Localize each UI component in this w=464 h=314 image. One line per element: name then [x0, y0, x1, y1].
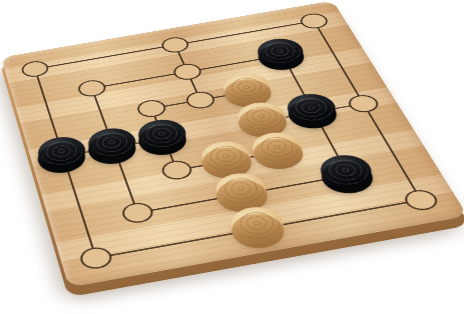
photo-stage: [0, 0, 464, 314]
black-piece-f2[interactable]: [314, 152, 379, 191]
point-b2[interactable]: [105, 191, 171, 235]
black-piece-b4[interactable]: [84, 125, 141, 161]
point-f6[interactable]: [252, 38, 314, 73]
black-piece-a4[interactable]: [34, 134, 90, 171]
white-piece-e5[interactable]: [218, 71, 276, 105]
point-b6[interactable]: [63, 70, 121, 106]
black-piece-f6[interactable]: [252, 36, 309, 68]
board: [35, 21, 421, 258]
point-f2[interactable]: [314, 154, 385, 197]
